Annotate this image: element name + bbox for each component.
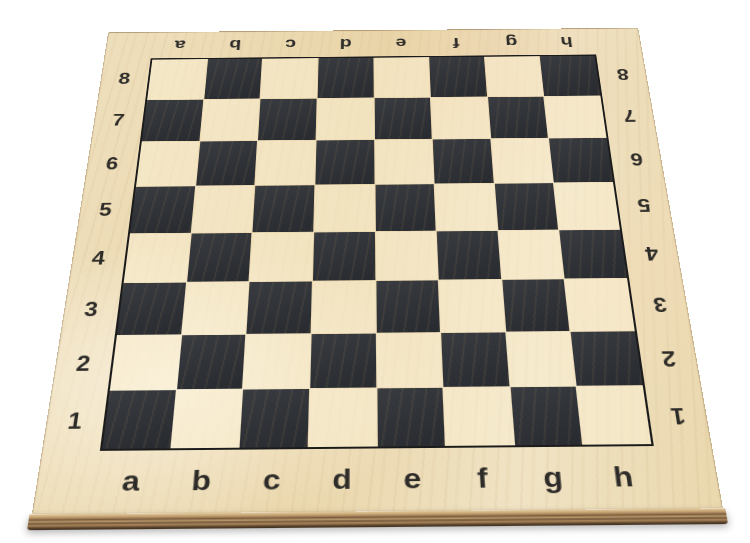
square-c7: [258, 98, 316, 140]
square-e2: [376, 333, 442, 388]
rank-label-right-4: 4: [622, 229, 683, 279]
square-e3: [376, 280, 440, 332]
square-h4: [560, 229, 627, 278]
rank-label-left-1: 1: [42, 392, 108, 452]
square-c3: [247, 282, 312, 334]
square-c2: [243, 334, 310, 389]
rank-label-right-3: 3: [629, 278, 691, 331]
square-g6: [491, 139, 553, 183]
square-b2: [177, 334, 246, 389]
square-f3: [439, 280, 505, 332]
file-label-bottom-c: c: [235, 449, 308, 513]
square-b7: [200, 99, 260, 141]
square-e5: [375, 184, 436, 231]
file-label-top-b: b: [206, 31, 263, 58]
square-f4: [437, 230, 501, 279]
square-f5: [435, 184, 497, 231]
square-f2: [441, 332, 509, 387]
square-b8: [204, 59, 262, 99]
rank-label-left-8: 8: [98, 58, 151, 99]
square-c8: [261, 58, 318, 98]
square-e6: [375, 140, 434, 184]
square-h1: [577, 386, 651, 444]
chess-board: abcdefgh 87654321 87654321 abcdefgh: [32, 28, 723, 514]
square-d8: [317, 58, 373, 98]
square-a5: [130, 186, 195, 233]
rank-label-left-3: 3: [60, 283, 122, 336]
file-label-bottom-e: e: [377, 448, 449, 511]
square-h3: [565, 279, 635, 331]
file-labels-top: abcdefgh: [151, 28, 596, 58]
square-a3: [117, 283, 186, 335]
file-label-top-c: c: [262, 31, 318, 58]
square-c1: [240, 389, 309, 447]
rank-label-left-2: 2: [51, 336, 115, 392]
square-c5: [253, 185, 315, 232]
square-d4: [313, 232, 375, 281]
rank-label-right-6: 6: [608, 137, 665, 182]
square-e4: [375, 231, 437, 280]
square-d1: [309, 389, 377, 447]
file-label-bottom-d: d: [306, 448, 377, 511]
rank-label-right-5: 5: [615, 181, 674, 229]
square-d5: [314, 185, 374, 232]
square-g2: [506, 332, 576, 387]
file-label-bottom-h: h: [585, 446, 663, 509]
rank-label-left-5: 5: [76, 186, 134, 234]
rank-label-left-4: 4: [68, 233, 128, 283]
square-a2: [110, 335, 181, 390]
rank-label-right-8: 8: [596, 54, 650, 95]
square-e1: [377, 388, 445, 446]
square-b4: [187, 233, 252, 282]
square-f7: [431, 97, 490, 139]
rank-label-right-2: 2: [637, 331, 702, 387]
square-h8: [540, 56, 600, 96]
square-a1: [102, 390, 175, 448]
square-b5: [191, 186, 254, 233]
board-3d-tilt: abcdefgh 87654321 87654321 abcdefgh: [32, 28, 723, 514]
rank-label-left-7: 7: [91, 99, 146, 142]
rank-label-right-1: 1: [645, 386, 712, 446]
square-h7: [545, 96, 607, 138]
square-b6: [196, 141, 257, 185]
photo-background: abcdefgh 87654321 87654321 abcdefgh: [0, 0, 750, 543]
square-a4: [124, 233, 191, 282]
square-a8: [147, 59, 207, 99]
square-c6: [256, 141, 316, 185]
file-label-top-f: f: [428, 29, 485, 56]
square-h5: [554, 183, 620, 230]
square-g8: [485, 56, 544, 96]
file-label-top-a: a: [151, 32, 209, 59]
square-g4: [498, 230, 564, 279]
file-label-top-g: g: [483, 29, 541, 56]
playing-area: [100, 54, 654, 450]
square-e7: [374, 97, 432, 139]
square-d7: [316, 98, 373, 140]
square-a6: [136, 142, 199, 186]
square-a7: [142, 99, 203, 141]
file-label-top-e: e: [373, 30, 429, 57]
file-label-bottom-g: g: [515, 447, 591, 510]
file-labels-bottom: abcdefgh: [92, 446, 663, 514]
square-c4: [250, 232, 313, 281]
square-g1: [510, 387, 582, 445]
file-label-bottom-b: b: [163, 450, 238, 514]
square-b1: [171, 390, 242, 448]
square-d6: [315, 140, 374, 184]
square-b3: [182, 282, 249, 334]
square-h6: [549, 138, 613, 182]
square-g7: [488, 96, 548, 138]
square-f8: [429, 57, 487, 97]
square-e8: [374, 57, 430, 97]
square-d3: [312, 281, 376, 333]
square-d2: [310, 333, 376, 388]
file-label-top-h: h: [537, 28, 596, 55]
square-h2: [571, 331, 643, 386]
file-label-bottom-a: a: [92, 450, 169, 514]
square-g5: [495, 183, 559, 230]
square-g3: [502, 279, 570, 331]
rank-label-right-7: 7: [602, 94, 657, 137]
rank-label-left-6: 6: [84, 141, 140, 186]
board-wrapper: abcdefgh 87654321 87654321 abcdefgh: [72, 0, 677, 542]
square-f1: [444, 388, 514, 446]
file-label-bottom-f: f: [446, 447, 520, 510]
file-label-top-d: d: [318, 30, 374, 57]
square-f6: [433, 139, 494, 183]
